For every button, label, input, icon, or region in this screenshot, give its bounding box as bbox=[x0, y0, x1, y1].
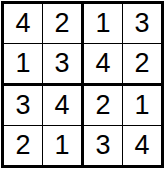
page: 4213134234212134 bbox=[0, 0, 165, 169]
cell-r2c1[interactable]: 1 bbox=[4, 44, 43, 86]
cell-r1c1[interactable]: 4 bbox=[4, 4, 43, 44]
cell-r2c4[interactable]: 2 bbox=[123, 44, 161, 86]
cell-r1c2[interactable]: 2 bbox=[43, 4, 84, 44]
cell-r2c3[interactable]: 4 bbox=[84, 44, 123, 86]
cell-r4c4[interactable]: 4 bbox=[123, 126, 161, 165]
cell-r4c3[interactable]: 3 bbox=[84, 126, 123, 165]
sudoku-board: 4213134234212134 bbox=[1, 1, 164, 168]
cell-r3c3[interactable]: 2 bbox=[84, 86, 123, 126]
cell-r2c2[interactable]: 3 bbox=[43, 44, 84, 86]
cell-r4c1[interactable]: 2 bbox=[4, 126, 43, 165]
cell-r1c3[interactable]: 1 bbox=[84, 4, 123, 44]
cell-r3c2[interactable]: 4 bbox=[43, 86, 84, 126]
cell-r3c4[interactable]: 1 bbox=[123, 86, 161, 126]
cell-r1c4[interactable]: 3 bbox=[123, 4, 161, 44]
cell-r3c1[interactable]: 3 bbox=[4, 86, 43, 126]
cell-r4c2[interactable]: 1 bbox=[43, 126, 84, 165]
